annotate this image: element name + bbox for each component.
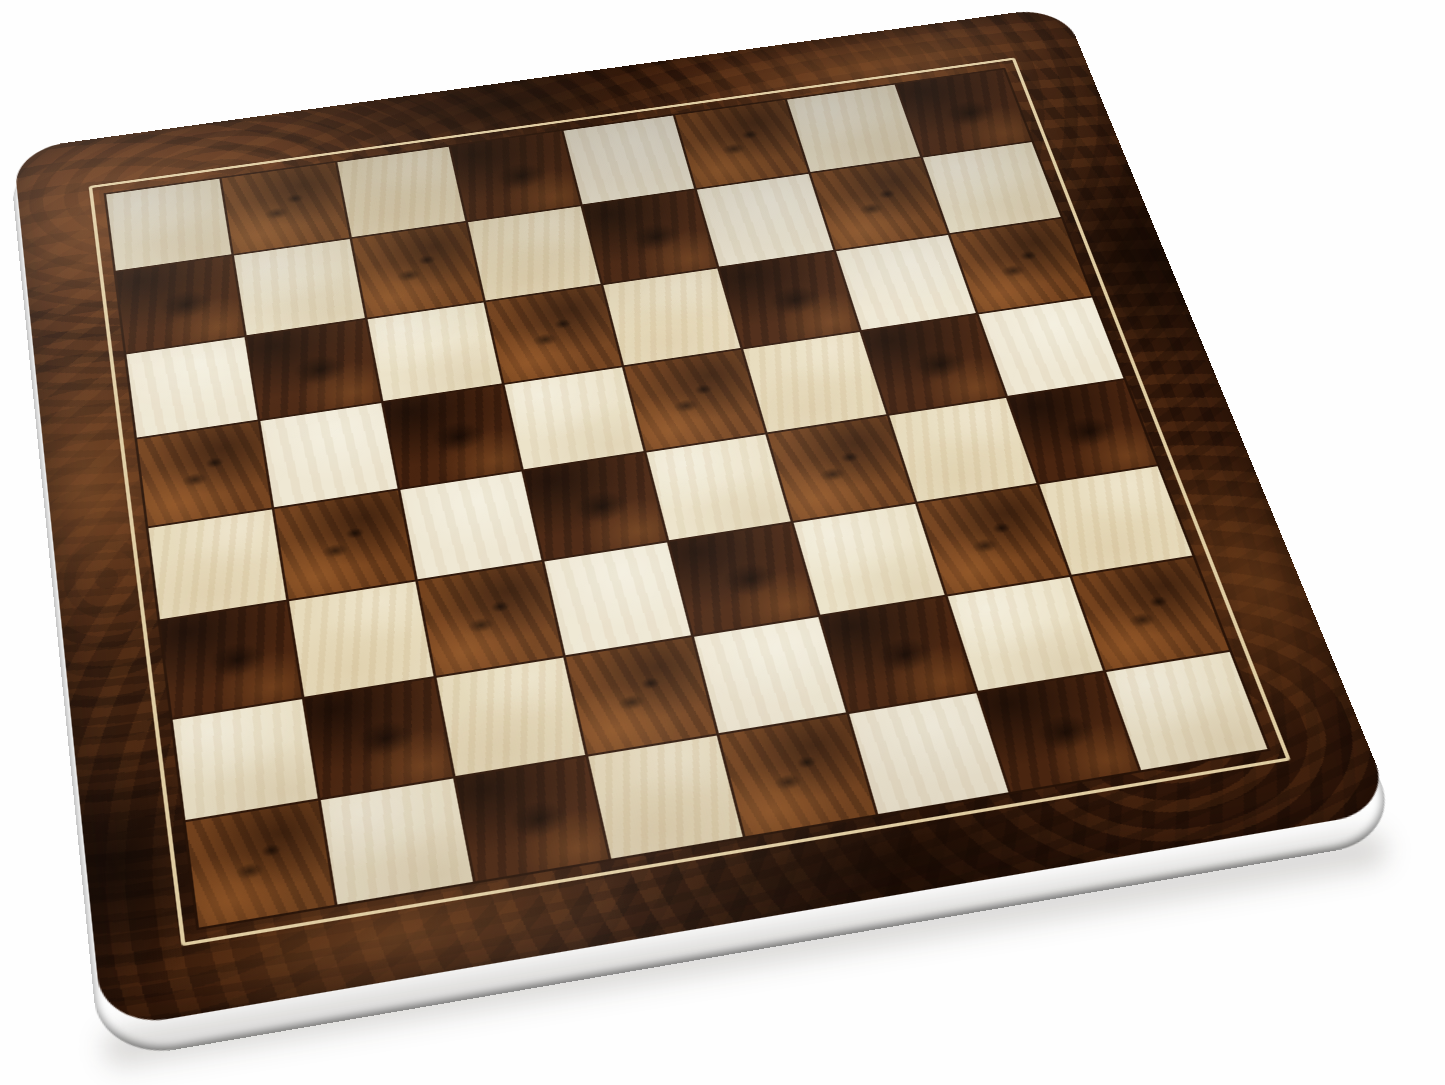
square-b8[interactable] [222, 163, 349, 254]
square-e2[interactable] [694, 616, 846, 732]
square-f4[interactable] [768, 416, 914, 521]
square-c5[interactable] [383, 385, 521, 488]
square-e1[interactable] [719, 714, 876, 836]
square-f6[interactable] [720, 251, 859, 347]
square-a7[interactable] [116, 256, 244, 352]
square-e8[interactable] [564, 115, 695, 204]
square-b3[interactable] [289, 582, 432, 696]
square-e7[interactable] [583, 190, 717, 283]
square-g8[interactable] [786, 85, 919, 173]
square-a3[interactable] [160, 602, 302, 717]
square-c8[interactable] [337, 147, 465, 238]
square-e6[interactable] [603, 268, 740, 365]
square-a8[interactable] [106, 179, 232, 271]
square-d7[interactable] [468, 206, 601, 300]
square-a6[interactable] [126, 337, 258, 438]
square-d3[interactable] [544, 543, 691, 655]
square-d5[interactable] [504, 367, 643, 469]
square-c4[interactable] [400, 472, 541, 580]
square-c3[interactable] [417, 562, 562, 675]
square-d4[interactable] [524, 453, 667, 560]
square-g7[interactable] [810, 158, 947, 249]
square-d1[interactable] [588, 735, 743, 858]
square-c2[interactable] [436, 657, 585, 776]
square-e4[interactable] [646, 434, 790, 540]
square-b2[interactable] [305, 678, 452, 798]
square-c7[interactable] [352, 223, 483, 318]
square-f5[interactable] [743, 332, 885, 432]
square-b4[interactable] [275, 490, 415, 599]
square-b7[interactable] [234, 239, 364, 334]
square-d6[interactable] [486, 285, 622, 383]
square-b6[interactable] [247, 319, 380, 419]
square-e3[interactable] [670, 523, 818, 634]
square-a2[interactable] [173, 699, 318, 820]
square-a1[interactable] [186, 800, 335, 927]
photo-stage [0, 0, 1445, 1085]
square-c1[interactable] [455, 757, 608, 882]
square-b5[interactable] [261, 403, 397, 507]
square-b1[interactable] [321, 778, 472, 904]
square-a4[interactable] [148, 509, 286, 619]
square-e5[interactable] [624, 349, 765, 450]
square-f7[interactable] [697, 174, 832, 266]
square-c6[interactable] [367, 302, 502, 401]
square-d2[interactable] [565, 637, 716, 755]
square-f8[interactable] [675, 100, 807, 188]
square-a5[interactable] [137, 421, 272, 526]
square-f3[interactable] [794, 504, 944, 614]
square-d8[interactable] [451, 131, 581, 221]
